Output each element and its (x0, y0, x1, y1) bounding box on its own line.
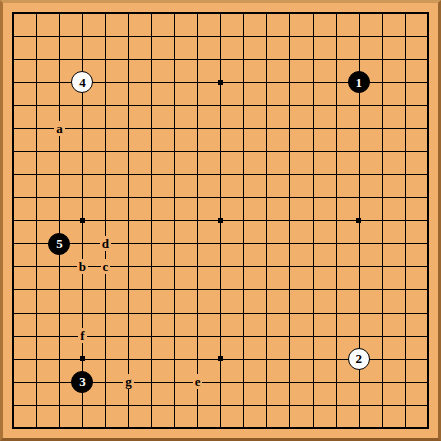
white-stone-4: 4 (71, 71, 93, 93)
point-label-d: d (100, 236, 111, 251)
star-point (218, 218, 223, 223)
point-label-b: b (77, 259, 88, 274)
star-point (80, 356, 85, 361)
point-label-g: g (123, 374, 134, 389)
star-point (218, 80, 223, 85)
star-point (218, 356, 223, 361)
point-label-e: e (193, 374, 203, 389)
board-grid: abcdefg12345 (2, 2, 440, 440)
white-stone-2: 2 (348, 348, 370, 370)
black-stone-1: 1 (348, 71, 370, 93)
point-label-c: c (101, 259, 111, 274)
star-point (80, 218, 85, 223)
point-label-a: a (54, 121, 65, 136)
point-label-f: f (78, 328, 86, 343)
star-point (356, 218, 361, 223)
go-board: abcdefg12345 (0, 0, 441, 441)
black-stone-3: 3 (71, 371, 93, 393)
black-stone-5: 5 (48, 233, 70, 255)
